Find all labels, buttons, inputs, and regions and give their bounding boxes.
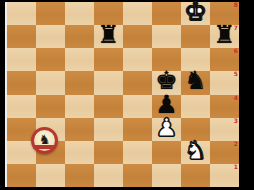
white-knight-g2[interactable]: ♞ [181, 138, 210, 164]
rank-label-2: 2 [234, 141, 238, 147]
square-g1[interactable] [181, 164, 210, 187]
logo-banner [33, 145, 56, 149]
chess-app-logo: ♞ [31, 127, 58, 154]
square-g7[interactable] [181, 25, 210, 48]
square-a6[interactable] [7, 48, 36, 71]
square-b6[interactable] [36, 48, 65, 71]
square-d4[interactable] [94, 95, 123, 118]
square-a4[interactable] [7, 95, 36, 118]
square-c3[interactable] [65, 118, 94, 141]
square-a7[interactable] [7, 25, 36, 48]
square-e4[interactable] [123, 95, 152, 118]
square-c5[interactable] [65, 71, 94, 94]
square-c6[interactable] [65, 48, 94, 71]
square-f3[interactable]: ♟ [152, 118, 181, 141]
square-e1[interactable] [123, 164, 152, 187]
white-king-g8[interactable]: ♚ [181, 0, 210, 25]
rank-label-6: 6 [234, 48, 238, 54]
square-c1[interactable] [65, 164, 94, 187]
rank-label-8: 8 [234, 2, 238, 8]
black-rook-d7[interactable]: ♜ [94, 22, 123, 48]
rank-label-1: 1 [234, 164, 238, 170]
white-pawn-f3[interactable]: ♟ [152, 115, 181, 141]
square-f7[interactable] [152, 25, 181, 48]
square-d7[interactable]: ♜ [94, 25, 123, 48]
square-e7[interactable] [123, 25, 152, 48]
square-h6[interactable]: 6 [210, 48, 239, 71]
square-g2[interactable]: ♞ [181, 141, 210, 164]
square-c4[interactable] [65, 95, 94, 118]
square-d5[interactable] [94, 71, 123, 94]
square-h2[interactable]: 2 [210, 141, 239, 164]
square-d6[interactable] [94, 48, 123, 71]
square-b5[interactable] [36, 71, 65, 94]
chess-app-window: ♚8♜7♜6♚♞5♟4♟3♞21 ♞ [0, 0, 254, 190]
square-b8[interactable] [36, 2, 65, 25]
rank-label-5: 5 [234, 71, 238, 77]
square-b4[interactable] [36, 95, 65, 118]
square-d1[interactable] [94, 164, 123, 187]
square-h1[interactable]: 1 [210, 164, 239, 187]
square-e2[interactable] [123, 141, 152, 164]
square-f2[interactable] [152, 141, 181, 164]
square-c2[interactable] [65, 141, 94, 164]
square-b7[interactable] [36, 25, 65, 48]
square-h4[interactable]: 4 [210, 95, 239, 118]
square-g8[interactable]: ♚ [181, 2, 210, 25]
square-g5[interactable]: ♞ [181, 71, 210, 94]
square-e5[interactable] [123, 71, 152, 94]
square-e3[interactable] [123, 118, 152, 141]
square-f1[interactable] [152, 164, 181, 187]
square-c8[interactable] [65, 2, 94, 25]
square-b1[interactable] [36, 164, 65, 187]
square-h7[interactable]: 7♜ [210, 25, 239, 48]
square-e6[interactable] [123, 48, 152, 71]
black-knight-g5[interactable]: ♞ [181, 68, 210, 94]
rank-label-3: 3 [234, 118, 238, 124]
rank-label-4: 4 [234, 95, 238, 101]
square-d3[interactable] [94, 118, 123, 141]
square-f8[interactable] [152, 2, 181, 25]
chess-board[interactable]: ♚8♜7♜6♚♞5♟4♟3♞21 [7, 2, 239, 187]
square-a8[interactable] [7, 2, 36, 25]
square-a1[interactable] [7, 164, 36, 187]
square-a5[interactable] [7, 71, 36, 94]
square-e8[interactable] [123, 2, 152, 25]
square-h5[interactable]: 5 [210, 71, 239, 94]
square-c7[interactable] [65, 25, 94, 48]
square-d2[interactable] [94, 141, 123, 164]
square-g4[interactable] [181, 95, 210, 118]
square-h3[interactable]: 3 [210, 118, 239, 141]
rank-label-7: 7 [234, 25, 238, 31]
